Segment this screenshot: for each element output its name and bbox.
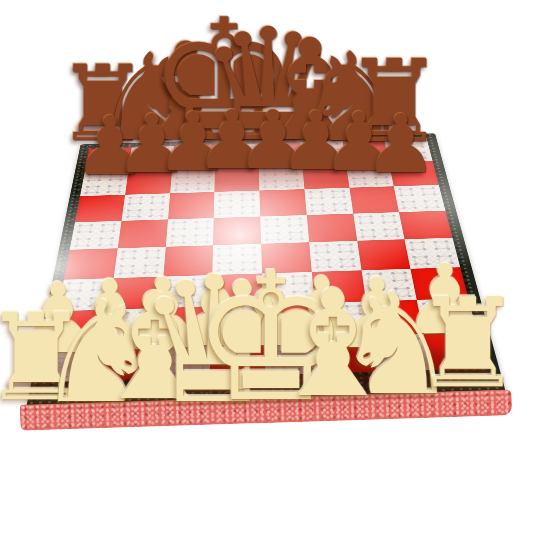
piece-cream-rook[interactable]: ♜	[413, 282, 523, 405]
piece-brown-pawn[interactable]: ♟	[365, 104, 438, 185]
chess-set-photo: ♜♞♝♚♛♝♞♜♟♟♟♟♟♟♟♟♟♟♟♟♟♟♟♟♜♞♝♛♚♝♞♜	[0, 0, 533, 533]
pieces-layer: ♜♞♝♚♛♝♞♜♟♟♟♟♟♟♟♟♟♟♟♟♟♟♟♟♜♞♝♛♚♝♞♜	[0, 0, 533, 533]
